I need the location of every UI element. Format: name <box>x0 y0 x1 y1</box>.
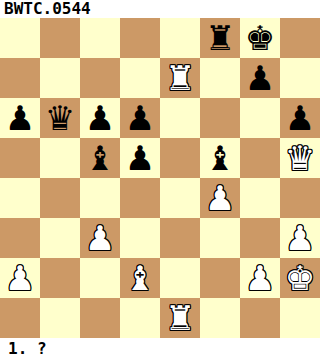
square-c4[interactable] <box>80 178 120 218</box>
square-g1[interactable] <box>240 298 280 338</box>
piece-bP-d6: ♟ <box>125 98 155 138</box>
piece-wP-c3: ♟ <box>85 218 115 258</box>
piece-wP-a2: ♟ <box>5 258 35 298</box>
piece-bP-h6: ♟ <box>285 98 315 138</box>
square-d6[interactable]: ♟ <box>120 98 160 138</box>
square-d2[interactable]: ♝ <box>120 258 160 298</box>
square-b2[interactable] <box>40 258 80 298</box>
square-h4[interactable] <box>280 178 320 218</box>
square-g3[interactable] <box>240 218 280 258</box>
square-f8[interactable]: ♜ <box>200 18 240 58</box>
square-f3[interactable] <box>200 218 240 258</box>
square-a5[interactable] <box>0 138 40 178</box>
square-c3[interactable]: ♟ <box>80 218 120 258</box>
square-b6[interactable]: ♛ <box>40 98 80 138</box>
square-h2[interactable]: ♚ <box>280 258 320 298</box>
piece-wR-e7: ♜ <box>165 58 195 98</box>
square-e7[interactable]: ♜ <box>160 58 200 98</box>
square-g6[interactable] <box>240 98 280 138</box>
square-b8[interactable] <box>40 18 80 58</box>
piece-wQ-h5: ♛ <box>285 138 315 178</box>
piece-wP-h3: ♟ <box>285 218 315 258</box>
square-c1[interactable] <box>80 298 120 338</box>
square-d3[interactable] <box>120 218 160 258</box>
square-c6[interactable]: ♟ <box>80 98 120 138</box>
square-e3[interactable] <box>160 218 200 258</box>
piece-bP-a6: ♟ <box>5 98 35 138</box>
footer-bar: 1. ? <box>0 338 320 360</box>
square-g2[interactable]: ♟ <box>240 258 280 298</box>
title-bar: BWTC.0544 <box>0 0 320 18</box>
square-f6[interactable] <box>200 98 240 138</box>
square-g8[interactable]: ♚ <box>240 18 280 58</box>
square-a3[interactable] <box>0 218 40 258</box>
square-c8[interactable] <box>80 18 120 58</box>
piece-bQ-b6: ♛ <box>45 98 75 138</box>
piece-bP-d5: ♟ <box>125 138 155 178</box>
square-f4[interactable]: ♟ <box>200 178 240 218</box>
square-e2[interactable] <box>160 258 200 298</box>
square-b7[interactable] <box>40 58 80 98</box>
puzzle-id-title: BWTC.0544 <box>4 0 91 18</box>
square-c5[interactable]: ♝ <box>80 138 120 178</box>
square-e1[interactable]: ♜ <box>160 298 200 338</box>
square-f1[interactable] <box>200 298 240 338</box>
piece-bB-c5: ♝ <box>85 138 115 178</box>
piece-wP-g2: ♟ <box>245 258 275 298</box>
move-prompt: 1. ? <box>8 338 47 360</box>
piece-bP-c6: ♟ <box>85 98 115 138</box>
square-h1[interactable] <box>280 298 320 338</box>
piece-wR-e1: ♜ <box>165 298 195 338</box>
square-f2[interactable] <box>200 258 240 298</box>
square-d7[interactable] <box>120 58 160 98</box>
square-g5[interactable] <box>240 138 280 178</box>
square-h7[interactable] <box>280 58 320 98</box>
square-h5[interactable]: ♛ <box>280 138 320 178</box>
square-a1[interactable] <box>0 298 40 338</box>
square-h6[interactable]: ♟ <box>280 98 320 138</box>
piece-wK-h2: ♚ <box>285 258 315 298</box>
square-e8[interactable] <box>160 18 200 58</box>
square-h8[interactable] <box>280 18 320 58</box>
square-g4[interactable] <box>240 178 280 218</box>
chess-board: ♜♚♜♟♟♛♟♟♟♝♟♝♛♟♟♟♟♝♟♚♜ <box>0 18 320 338</box>
square-a2[interactable]: ♟ <box>0 258 40 298</box>
square-b5[interactable] <box>40 138 80 178</box>
square-a7[interactable] <box>0 58 40 98</box>
square-a6[interactable]: ♟ <box>0 98 40 138</box>
piece-bK-g8: ♚ <box>245 18 275 58</box>
square-d5[interactable]: ♟ <box>120 138 160 178</box>
square-b4[interactable] <box>40 178 80 218</box>
square-e4[interactable] <box>160 178 200 218</box>
square-g7[interactable]: ♟ <box>240 58 280 98</box>
square-d4[interactable] <box>120 178 160 218</box>
square-a4[interactable] <box>0 178 40 218</box>
square-b1[interactable] <box>40 298 80 338</box>
square-e6[interactable] <box>160 98 200 138</box>
square-c2[interactable] <box>80 258 120 298</box>
piece-bP-g7: ♟ <box>245 58 275 98</box>
square-d8[interactable] <box>120 18 160 58</box>
square-c7[interactable] <box>80 58 120 98</box>
square-d1[interactable] <box>120 298 160 338</box>
square-h3[interactable]: ♟ <box>280 218 320 258</box>
square-b3[interactable] <box>40 218 80 258</box>
piece-bR-f8: ♜ <box>205 18 235 58</box>
piece-wB-d2: ♝ <box>125 258 155 298</box>
piece-bB-f5: ♝ <box>205 138 235 178</box>
square-e5[interactable] <box>160 138 200 178</box>
piece-wP-f4: ♟ <box>205 178 235 218</box>
square-f7[interactable] <box>200 58 240 98</box>
square-a8[interactable] <box>0 18 40 58</box>
square-f5[interactable]: ♝ <box>200 138 240 178</box>
